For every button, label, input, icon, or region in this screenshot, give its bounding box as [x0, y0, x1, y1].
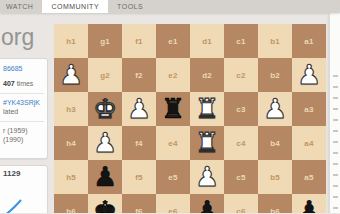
square-c3[interactable]: c3 [224, 92, 258, 126]
divider [0, 121, 44, 122]
square-label-e6: e6 [168, 207, 177, 214]
square-label-c3: c3 [236, 105, 245, 114]
square-label-g2: g2 [100, 71, 110, 80]
square-label-h1: h1 [66, 37, 76, 46]
square-label-f5: f5 [135, 173, 143, 182]
square-h3[interactable]: h3 [54, 92, 88, 126]
square-g3[interactable]: ♚ [88, 92, 122, 126]
square-label-b6: b6 [270, 207, 280, 214]
black-king-icon[interactable]: ♚ [93, 194, 117, 213]
site-logo-text[interactable]: org [1, 24, 34, 51]
square-g2[interactable]: g2 [88, 58, 122, 92]
square-label-b2: b2 [270, 71, 280, 80]
square-label-h4: h4 [66, 139, 76, 148]
square-label-e5: e5 [168, 173, 177, 182]
study-caption: lated [3, 107, 44, 116]
square-label-e2: e2 [168, 71, 177, 80]
white-pawn-icon[interactable]: ♟ [59, 58, 83, 92]
study-id-link[interactable]: #YK43SRjK [3, 98, 44, 107]
square-c1[interactable]: c1 [224, 24, 258, 58]
square-e5[interactable]: e5 [156, 160, 190, 194]
square-label-f4: f4 [135, 139, 143, 148]
white-pawn-icon[interactable]: ♟ [93, 126, 117, 160]
played-times-line: 407 times [3, 79, 44, 88]
white-rook-icon[interactable]: ♜ [195, 126, 219, 160]
square-a3[interactable]: a3 [292, 92, 326, 126]
square-f4[interactable]: f4 [122, 126, 156, 160]
square-label-c4: c4 [236, 139, 245, 148]
move-list-panel[interactable] [329, 13, 340, 213]
black-rook-icon[interactable]: ♜ [161, 92, 185, 126]
square-label-b1: b1 [270, 37, 280, 46]
square-label-a4: a4 [304, 139, 313, 148]
square-f1[interactable]: f1 [122, 24, 156, 58]
square-label-a1: a1 [304, 37, 313, 46]
square-label-f6: f6 [135, 207, 143, 214]
square-label-d2: d2 [202, 71, 212, 80]
square-g4[interactable]: ♟ [88, 126, 122, 160]
square-label-a3: a3 [304, 105, 313, 114]
square-f3[interactable]: ♟ [122, 92, 156, 126]
chess-board: h1g1f1e1d1c1b1a1♟g2f2e2d2c2b2♟h3♚♟♜♜c3♟a… [54, 24, 326, 213]
square-a5[interactable]: a5 [292, 160, 326, 194]
square-b4[interactable]: b4 [258, 126, 292, 160]
square-d4[interactable]: ♜ [190, 126, 224, 160]
square-d3[interactable]: ♜ [190, 92, 224, 126]
square-label-f2: f2 [135, 71, 143, 80]
played-suffix: times [17, 80, 34, 87]
square-label-h5: h5 [66, 173, 76, 182]
square-a6[interactable]: ♟ [292, 194, 326, 213]
view-count: 1129 [3, 169, 44, 178]
square-label-f1: f1 [135, 37, 143, 46]
square-g6[interactable]: ♚ [88, 194, 122, 213]
top-navbar: WATCHCOMMUNITYTOOLS [0, 0, 340, 13]
white-rook-icon[interactable]: ♜ [195, 92, 219, 126]
white-pawn-icon[interactable]: ♟ [127, 92, 151, 126]
square-a1[interactable]: a1 [292, 24, 326, 58]
square-label-d1: d1 [202, 37, 212, 46]
played-count: 407 [3, 80, 15, 87]
square-c4[interactable]: c4 [224, 126, 258, 160]
square-label-c2: c2 [236, 71, 245, 80]
square-h5[interactable]: h5 [54, 160, 88, 194]
square-g1[interactable]: g1 [88, 24, 122, 58]
white-pawn-icon[interactable]: ♟ [297, 58, 321, 92]
move-list-ticks [333, 75, 338, 213]
white-pawn-icon[interactable]: ♟ [195, 160, 219, 194]
square-e2[interactable]: e2 [156, 58, 190, 92]
square-label-b5: b5 [270, 173, 280, 182]
square-b3[interactable]: ♟ [258, 92, 292, 126]
square-b5[interactable]: b5 [258, 160, 292, 194]
square-e4[interactable]: e4 [156, 126, 190, 160]
player-year-line-1: r (1959) [3, 126, 44, 135]
square-c2[interactable]: c2 [224, 58, 258, 92]
square-label-c5: c5 [236, 173, 245, 182]
square-c6[interactable]: c6 [224, 194, 258, 213]
square-d2[interactable]: d2 [190, 58, 224, 92]
square-label-h6: h6 [66, 207, 76, 214]
square-e3[interactable]: ♜ [156, 92, 190, 126]
square-label-h3: h3 [66, 105, 76, 114]
square-a2[interactable]: ♟ [292, 58, 326, 92]
square-b2[interactable]: b2 [258, 58, 292, 92]
black-pawn-icon[interactable]: ♟ [93, 160, 117, 194]
player-year-line-2: (1990) [3, 135, 44, 144]
square-f5[interactable]: f5 [122, 160, 156, 194]
square-a4[interactable]: a4 [292, 126, 326, 160]
nav-tab-tools[interactable]: TOOLS [108, 0, 152, 13]
white-pawn-icon[interactable]: ♟ [263, 92, 287, 126]
black-pawn-icon[interactable]: ♟ [195, 194, 219, 213]
square-e6[interactable]: e6 [156, 194, 190, 213]
white-king-icon[interactable]: ♚ [93, 92, 117, 126]
square-d1[interactable]: d1 [190, 24, 224, 58]
square-e1[interactable]: e1 [156, 24, 190, 58]
square-label-c1: c1 [236, 37, 245, 46]
square-label-e1: e1 [168, 37, 177, 46]
game-number-link[interactable]: 86685 [3, 64, 44, 73]
views-card: 1129 [0, 165, 48, 213]
game-stats-card: 86685 407 times #YK43SRjK lated r (1959)… [0, 58, 48, 159]
square-h1[interactable]: h1 [54, 24, 88, 58]
square-c5[interactable]: c5 [224, 160, 258, 194]
square-label-a5: a5 [304, 173, 313, 182]
square-h6[interactable]: h6 [54, 194, 88, 213]
square-label-c6: c6 [236, 207, 245, 214]
square-f2[interactable]: f2 [122, 58, 156, 92]
square-h4[interactable]: h4 [54, 126, 88, 160]
square-label-g1: g1 [100, 37, 110, 46]
black-pawn-icon[interactable]: ♟ [297, 194, 321, 213]
square-label-e4: e4 [168, 139, 177, 148]
square-d6[interactable]: ♟ [190, 194, 224, 213]
square-b1[interactable]: b1 [258, 24, 292, 58]
square-g5[interactable]: ♟ [88, 160, 122, 194]
square-label-b4: b4 [270, 139, 280, 148]
trend-line-chart [0, 196, 23, 213]
nav-tab-community[interactable]: COMMUNITY [42, 0, 108, 13]
square-b6[interactable]: b6 [258, 194, 292, 213]
nav-tab-watch[interactable]: WATCH [0, 0, 42, 13]
divider [0, 93, 44, 94]
square-f6[interactable]: f6 [122, 194, 156, 213]
square-h2[interactable]: ♟ [54, 58, 88, 92]
square-d5[interactable]: ♟ [190, 160, 224, 194]
